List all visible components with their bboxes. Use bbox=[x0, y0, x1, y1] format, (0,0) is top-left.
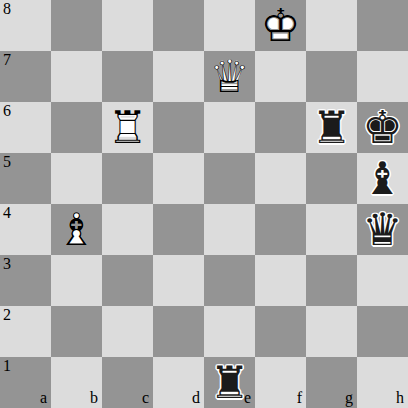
square-e1[interactable]: e♜ bbox=[204, 357, 255, 408]
square-c8[interactable] bbox=[102, 0, 153, 51]
white-queen-outline: ♕ bbox=[204, 51, 255, 102]
square-f1[interactable]: f bbox=[255, 357, 306, 408]
square-h3[interactable] bbox=[357, 255, 408, 306]
square-b7[interactable] bbox=[51, 51, 102, 102]
rank-label-5: 5 bbox=[3, 154, 11, 170]
square-b3[interactable] bbox=[51, 255, 102, 306]
white-rook-outline: ♖ bbox=[102, 102, 153, 153]
square-b6[interactable] bbox=[51, 102, 102, 153]
white-bishop-b4[interactable]: ♝♗ bbox=[51, 204, 102, 255]
square-e3[interactable] bbox=[204, 255, 255, 306]
square-c4[interactable] bbox=[102, 204, 153, 255]
square-h6[interactable]: ♚ bbox=[357, 102, 408, 153]
chess-board: 8♚♔7♛♕6♜♖♜♚5♝4♝♗♛321abcde♜fgh bbox=[0, 0, 408, 408]
square-a5[interactable]: 5 bbox=[0, 153, 51, 204]
square-h8[interactable] bbox=[357, 0, 408, 51]
square-f3[interactable] bbox=[255, 255, 306, 306]
square-a6[interactable]: 6 bbox=[0, 102, 51, 153]
file-label-g: g bbox=[345, 390, 353, 406]
black-king-glyph: ♚ bbox=[357, 102, 408, 153]
square-a4[interactable]: 4 bbox=[0, 204, 51, 255]
square-d2[interactable] bbox=[153, 306, 204, 357]
square-e7[interactable]: ♛♕ bbox=[204, 51, 255, 102]
square-e8[interactable] bbox=[204, 0, 255, 51]
square-b1[interactable]: b bbox=[51, 357, 102, 408]
rank-label-1: 1 bbox=[3, 358, 11, 374]
square-d1[interactable]: d bbox=[153, 357, 204, 408]
white-bishop-outline: ♗ bbox=[51, 204, 102, 255]
square-d5[interactable] bbox=[153, 153, 204, 204]
square-h2[interactable] bbox=[357, 306, 408, 357]
rank-label-2: 2 bbox=[3, 307, 11, 323]
white-rook-c6[interactable]: ♜♖ bbox=[102, 102, 153, 153]
square-g7[interactable] bbox=[306, 51, 357, 102]
square-d8[interactable] bbox=[153, 0, 204, 51]
square-f4[interactable] bbox=[255, 204, 306, 255]
square-e6[interactable] bbox=[204, 102, 255, 153]
white-king-outline: ♔ bbox=[255, 0, 306, 51]
square-d6[interactable] bbox=[153, 102, 204, 153]
square-a1[interactable]: 1a bbox=[0, 357, 51, 408]
square-b5[interactable] bbox=[51, 153, 102, 204]
square-e4[interactable] bbox=[204, 204, 255, 255]
square-b2[interactable] bbox=[51, 306, 102, 357]
square-b8[interactable] bbox=[51, 0, 102, 51]
file-label-h: h bbox=[396, 390, 404, 406]
file-label-c: c bbox=[142, 390, 149, 406]
square-f8[interactable]: ♚♔ bbox=[255, 0, 306, 51]
square-c2[interactable] bbox=[102, 306, 153, 357]
square-c5[interactable] bbox=[102, 153, 153, 204]
white-queen-e7[interactable]: ♛♕ bbox=[204, 51, 255, 102]
black-rook-e1[interactable]: ♜ bbox=[204, 357, 255, 408]
square-a2[interactable]: 2 bbox=[0, 306, 51, 357]
square-g8[interactable] bbox=[306, 0, 357, 51]
square-b4[interactable]: ♝♗ bbox=[51, 204, 102, 255]
black-queen-glyph: ♛ bbox=[357, 204, 408, 255]
file-label-a: a bbox=[40, 390, 47, 406]
square-c3[interactable] bbox=[102, 255, 153, 306]
black-bishop-h5[interactable]: ♝ bbox=[357, 153, 408, 204]
rank-label-3: 3 bbox=[3, 256, 11, 272]
rank-label-4: 4 bbox=[3, 205, 11, 221]
square-g1[interactable]: g bbox=[306, 357, 357, 408]
square-f6[interactable] bbox=[255, 102, 306, 153]
square-h1[interactable]: h bbox=[357, 357, 408, 408]
black-bishop-glyph: ♝ bbox=[357, 153, 408, 204]
square-a8[interactable]: 8 bbox=[0, 0, 51, 51]
black-queen-h4[interactable]: ♛ bbox=[357, 204, 408, 255]
square-e2[interactable] bbox=[204, 306, 255, 357]
black-rook-glyph: ♜ bbox=[306, 102, 357, 153]
square-c7[interactable] bbox=[102, 51, 153, 102]
black-rook-g6[interactable]: ♜ bbox=[306, 102, 357, 153]
square-c1[interactable]: c bbox=[102, 357, 153, 408]
square-g6[interactable]: ♜ bbox=[306, 102, 357, 153]
black-rook-glyph: ♜ bbox=[204, 357, 255, 408]
square-f2[interactable] bbox=[255, 306, 306, 357]
rank-label-7: 7 bbox=[3, 52, 11, 68]
square-g4[interactable] bbox=[306, 204, 357, 255]
file-label-f: f bbox=[297, 390, 302, 406]
rank-label-8: 8 bbox=[3, 1, 11, 17]
square-c6[interactable]: ♜♖ bbox=[102, 102, 153, 153]
square-h4[interactable]: ♛ bbox=[357, 204, 408, 255]
square-f5[interactable] bbox=[255, 153, 306, 204]
square-d3[interactable] bbox=[153, 255, 204, 306]
white-king-f8[interactable]: ♚♔ bbox=[255, 0, 306, 51]
square-d7[interactable] bbox=[153, 51, 204, 102]
square-g2[interactable] bbox=[306, 306, 357, 357]
square-h7[interactable] bbox=[357, 51, 408, 102]
square-h5[interactable]: ♝ bbox=[357, 153, 408, 204]
file-label-d: d bbox=[192, 390, 200, 406]
square-e5[interactable] bbox=[204, 153, 255, 204]
chess-diagram: 8♚♔7♛♕6♜♖♜♚5♝4♝♗♛321abcde♜fgh bbox=[0, 0, 408, 408]
square-a3[interactable]: 3 bbox=[0, 255, 51, 306]
square-f7[interactable] bbox=[255, 51, 306, 102]
square-a7[interactable]: 7 bbox=[0, 51, 51, 102]
rank-label-6: 6 bbox=[3, 103, 11, 119]
square-g3[interactable] bbox=[306, 255, 357, 306]
square-g5[interactable] bbox=[306, 153, 357, 204]
black-king-h6[interactable]: ♚ bbox=[357, 102, 408, 153]
square-d4[interactable] bbox=[153, 204, 204, 255]
file-label-b: b bbox=[90, 390, 98, 406]
